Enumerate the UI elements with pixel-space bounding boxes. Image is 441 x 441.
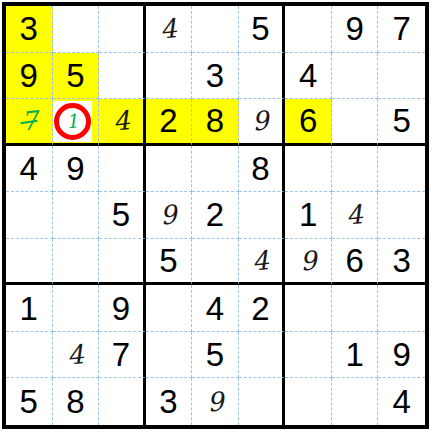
cell-r5c8[interactable]: 4: [332, 192, 379, 239]
hand-digit: 9: [251, 107, 270, 135]
cell-r6c5[interactable]: [192, 239, 239, 286]
cell-r8c2[interactable]: 4: [53, 332, 100, 379]
hand-digit: 4: [159, 15, 178, 43]
cell-r7c7[interactable]: [285, 285, 332, 332]
cell-r1c5[interactable]: [192, 6, 239, 53]
cell-r8c7[interactable]: [285, 332, 332, 379]
red-circle-annotation: 1: [54, 103, 91, 140]
circle-annotation-box: 1: [53, 101, 93, 142]
cell-r4c8[interactable]: [332, 146, 379, 193]
cell-r6c6[interactable]: 4: [239, 239, 286, 286]
given-digit: 6: [345, 244, 363, 277]
given-digit: 8: [206, 104, 224, 137]
cell-r9c3[interactable]: [99, 378, 146, 425]
given-digit: 1: [20, 292, 38, 325]
cell-r6c3[interactable]: [99, 239, 146, 286]
given-digit: 9: [20, 59, 38, 92]
cell-r4c2[interactable]: 9: [53, 146, 100, 193]
cell-r2c1[interactable]: 9: [6, 53, 53, 100]
given-digit: 5: [66, 59, 84, 92]
given-digit: 9: [393, 338, 411, 371]
given-digit: 6: [299, 104, 317, 137]
cell-r7c2[interactable]: [53, 285, 100, 332]
cell-r1c8[interactable]: 9: [332, 6, 379, 53]
cell-r3c7[interactable]: 6: [285, 99, 332, 146]
given-digit: 4: [299, 59, 317, 92]
cell-r9c1[interactable]: 5: [6, 378, 53, 425]
cell-r5c6[interactable]: [239, 192, 286, 239]
cell-r9c4[interactable]: 3: [146, 378, 193, 425]
cell-r8c9[interactable]: 9: [378, 332, 425, 379]
sudoku-board: 3459795347142896549859214549631942475195…: [2, 2, 429, 429]
cell-r6c8[interactable]: 6: [332, 239, 379, 286]
cell-r4c1[interactable]: 4: [6, 146, 53, 193]
hand-digit: 1: [65, 111, 79, 131]
cell-r3c3[interactable]: 4: [99, 99, 146, 146]
hand-digit: 4: [66, 341, 85, 369]
cell-r2c8[interactable]: [332, 53, 379, 100]
cell-r2c6[interactable]: [239, 53, 286, 100]
cell-r4c6[interactable]: 8: [239, 146, 286, 193]
given-digit: 8: [251, 152, 269, 185]
given-digit: 5: [20, 385, 38, 418]
cell-r9c6[interactable]: [239, 378, 286, 425]
cell-r6c9[interactable]: 3: [378, 239, 425, 286]
cell-r3c2[interactable]: 1: [53, 99, 100, 146]
given-digit: 4: [393, 385, 411, 418]
given-digit: 5: [159, 244, 177, 277]
given-digit: 2: [251, 292, 269, 325]
given-digit: 1: [299, 198, 317, 231]
cell-r8c1[interactable]: [6, 332, 53, 379]
cell-r4c5[interactable]: [192, 146, 239, 193]
cell-r2c5[interactable]: 3: [192, 53, 239, 100]
cell-r5c1[interactable]: [6, 192, 53, 239]
cell-r9c7[interactable]: [285, 378, 332, 425]
given-digit: 1: [345, 338, 363, 371]
cell-r7c5[interactable]: 4: [192, 285, 239, 332]
given-digit: 2: [159, 104, 177, 137]
cell-r1c7[interactable]: [285, 6, 332, 53]
cell-r2c3[interactable]: [99, 53, 146, 100]
cell-r6c1[interactable]: [6, 239, 53, 286]
cell-r7c4[interactable]: [146, 285, 193, 332]
given-digit: 5: [393, 104, 411, 137]
cell-r9c2[interactable]: 8: [53, 378, 100, 425]
cell-r1c2[interactable]: [53, 6, 100, 53]
cell-r7c9[interactable]: [378, 285, 425, 332]
cell-r9c9[interactable]: 4: [378, 378, 425, 425]
cell-r2c7[interactable]: 4: [285, 53, 332, 100]
cell-r5c2[interactable]: [53, 192, 100, 239]
cell-r3c9[interactable]: 5: [378, 99, 425, 146]
given-digit: 7: [112, 338, 130, 371]
cell-r7c1[interactable]: 1: [6, 285, 53, 332]
cell-r5c3[interactable]: 5: [99, 192, 146, 239]
given-digit: 3: [159, 385, 177, 418]
given-digit: 7: [393, 12, 411, 45]
hand-digit: 4: [251, 247, 270, 275]
cell-r7c6[interactable]: 2: [239, 285, 286, 332]
cell-r5c5[interactable]: 2: [192, 192, 239, 239]
hand-digit: 4: [345, 201, 364, 229]
cell-r3c4[interactable]: 2: [146, 99, 193, 146]
given-digit: 4: [20, 152, 38, 185]
cell-r2c2[interactable]: 5: [53, 53, 100, 100]
given-digit: 8: [66, 385, 84, 418]
cell-r8c8[interactable]: 1: [332, 332, 379, 379]
cell-r3c5[interactable]: 8: [192, 99, 239, 146]
hand-digit: 4: [111, 107, 130, 135]
hand-digit: 9: [299, 247, 318, 275]
cell-r4c9[interactable]: [378, 146, 425, 193]
cell-r7c8[interactable]: [332, 285, 379, 332]
given-digit: 9: [112, 292, 130, 325]
hand-digit: 9: [205, 388, 224, 416]
given-digit: 3: [206, 59, 224, 92]
cell-r1c3[interactable]: [99, 6, 146, 53]
cell-r2c9[interactable]: [378, 53, 425, 100]
sudoku-screenshot: 3459795347142896549859214549631942475195…: [0, 0, 441, 441]
cell-r8c3[interactable]: 7: [99, 332, 146, 379]
cell-r9c5[interactable]: 9: [192, 378, 239, 425]
cell-r1c6[interactable]: 5: [239, 6, 286, 53]
cell-r1c9[interactable]: 7: [378, 6, 425, 53]
cell-r8c6[interactable]: [239, 332, 286, 379]
given-digit: 9: [345, 12, 363, 45]
cell-r3c6[interactable]: 9: [239, 99, 286, 146]
cell-r5c9[interactable]: [378, 192, 425, 239]
cell-r4c7[interactable]: [285, 146, 332, 193]
cell-r6c7[interactable]: 9: [285, 239, 332, 286]
cell-r4c4[interactable]: [146, 146, 193, 193]
cell-r4c3[interactable]: [99, 146, 146, 193]
cell-r8c5[interactable]: 5: [192, 332, 239, 379]
cell-r1c4[interactable]: 4: [146, 6, 193, 53]
given-digit: 5: [206, 338, 224, 371]
cell-r5c7[interactable]: 1: [285, 192, 332, 239]
cell-r3c8[interactable]: [332, 99, 379, 146]
given-digit: 3: [393, 244, 411, 277]
given-digit: 4: [206, 292, 224, 325]
hand-digit: 9: [159, 201, 178, 229]
cell-r6c4[interactable]: 5: [146, 239, 193, 286]
cell-r3c1[interactable]: 7: [6, 99, 53, 146]
cell-r1c1[interactable]: 3: [6, 6, 53, 53]
cell-r2c4[interactable]: [146, 53, 193, 100]
cell-r7c3[interactable]: 9: [99, 285, 146, 332]
given-digit: 5: [112, 198, 130, 231]
given-digit: 9: [66, 152, 84, 185]
given-digit: 3: [20, 12, 38, 45]
cell-r5c4[interactable]: 9: [146, 192, 193, 239]
given-digit: 5: [251, 12, 269, 45]
cell-r9c8[interactable]: [332, 378, 379, 425]
cell-r6c2[interactable]: [53, 239, 100, 286]
given-digit: 2: [206, 198, 224, 231]
cell-r8c4[interactable]: [146, 332, 193, 379]
